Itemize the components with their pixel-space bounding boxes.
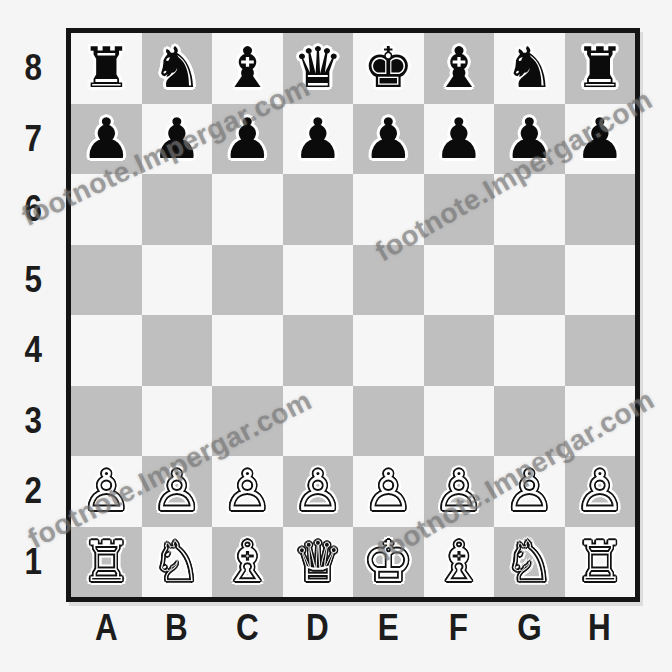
square-a2: ♙ [71, 456, 142, 527]
square-b2: ♙ [142, 456, 213, 527]
black-pawn-icon: ♟ [434, 111, 484, 167]
file-label-g: G [494, 605, 565, 651]
square-f5 [424, 245, 495, 316]
file-label-e: E [353, 605, 424, 651]
square-a4 [71, 315, 142, 386]
black-rook-icon: ♜ [81, 40, 131, 96]
square-a1: ♖ [71, 527, 142, 598]
square-e4 [353, 315, 424, 386]
square-d6 [283, 174, 354, 245]
square-h5 [565, 245, 636, 316]
square-g4 [494, 315, 565, 386]
black-pawn-icon: ♟ [81, 111, 131, 167]
black-pawn-icon: ♟ [575, 111, 625, 167]
rank-label-5: 5 [10, 245, 56, 316]
square-c2: ♙ [212, 456, 283, 527]
black-king-icon: ♚ [363, 40, 413, 96]
square-h8: ♜ [565, 33, 636, 104]
white-knight-icon: ♘ [152, 534, 202, 590]
black-pawn-icon: ♟ [504, 111, 554, 167]
black-pawn-icon: ♟ [363, 111, 413, 167]
file-label-a: A [71, 605, 142, 651]
square-e1: ♔ [353, 527, 424, 598]
square-f7: ♟ [424, 104, 495, 175]
square-g8: ♞ [494, 33, 565, 104]
rank-label-1: 1 [10, 527, 56, 598]
black-bishop-icon: ♝ [434, 40, 484, 96]
square-a7: ♟ [71, 104, 142, 175]
file-label-f: F [424, 605, 495, 651]
square-c7: ♟ [212, 104, 283, 175]
square-d8: ♛ [283, 33, 354, 104]
square-e5 [353, 245, 424, 316]
square-d4 [283, 315, 354, 386]
square-c3 [212, 386, 283, 457]
chess-board: ♜♞♝♛♚♝♞♜♟♟♟♟♟♟♟♟♙♙♙♙♙♙♙♙♖♘♗♕♔♗♘♖ [66, 28, 640, 602]
rank-label-2: 2 [10, 456, 56, 527]
file-label-c: C [212, 605, 283, 651]
square-a5 [71, 245, 142, 316]
black-pawn-icon: ♟ [222, 111, 272, 167]
black-knight-icon: ♞ [152, 40, 202, 96]
square-d1: ♕ [283, 527, 354, 598]
square-b1: ♘ [142, 527, 213, 598]
square-b3 [142, 386, 213, 457]
rank-labels: 8 7 6 5 4 3 2 1 [10, 33, 56, 597]
square-a8: ♜ [71, 33, 142, 104]
page: 8 7 6 5 4 3 2 1 ♜♞♝♛♚♝♞♜♟♟♟♟♟♟♟♟♙♙♙♙♙♙♙♙… [0, 0, 672, 672]
square-a6 [71, 174, 142, 245]
square-a3 [71, 386, 142, 457]
square-g7: ♟ [494, 104, 565, 175]
file-label-h: H [565, 605, 636, 651]
square-e2: ♙ [353, 456, 424, 527]
square-g1: ♘ [494, 527, 565, 598]
square-b8: ♞ [142, 33, 213, 104]
square-c1: ♗ [212, 527, 283, 598]
square-d7: ♟ [283, 104, 354, 175]
white-rook-icon: ♖ [81, 534, 131, 590]
square-f3 [424, 386, 495, 457]
white-king-icon: ♔ [363, 534, 413, 590]
square-g5 [494, 245, 565, 316]
square-f1: ♗ [424, 527, 495, 598]
white-pawn-icon: ♙ [81, 463, 131, 519]
black-knight-icon: ♞ [504, 40, 554, 96]
square-c8: ♝ [212, 33, 283, 104]
rank-label-7: 7 [10, 104, 56, 175]
square-d5 [283, 245, 354, 316]
white-pawn-icon: ♙ [434, 463, 484, 519]
square-g2: ♙ [494, 456, 565, 527]
white-pawn-icon: ♙ [504, 463, 554, 519]
white-bishop-icon: ♗ [222, 534, 272, 590]
black-bishop-icon: ♝ [222, 40, 272, 96]
white-pawn-icon: ♙ [363, 463, 413, 519]
file-label-d: D [283, 605, 354, 651]
rank-label-3: 3 [10, 386, 56, 457]
square-c4 [212, 315, 283, 386]
black-pawn-icon: ♟ [152, 111, 202, 167]
square-c6 [212, 174, 283, 245]
square-b6 [142, 174, 213, 245]
square-e7: ♟ [353, 104, 424, 175]
square-h6 [565, 174, 636, 245]
white-rook-icon: ♖ [575, 534, 625, 590]
rank-label-4: 4 [10, 315, 56, 386]
square-h4 [565, 315, 636, 386]
square-g6 [494, 174, 565, 245]
white-bishop-icon: ♗ [434, 534, 484, 590]
white-pawn-icon: ♙ [293, 463, 343, 519]
square-f8: ♝ [424, 33, 495, 104]
square-h7: ♟ [565, 104, 636, 175]
black-rook-icon: ♜ [575, 40, 625, 96]
square-c5 [212, 245, 283, 316]
rank-label-6: 6 [10, 174, 56, 245]
square-b4 [142, 315, 213, 386]
square-b5 [142, 245, 213, 316]
square-f6 [424, 174, 495, 245]
square-f4 [424, 315, 495, 386]
square-e8: ♚ [353, 33, 424, 104]
file-labels: A B C D E F G H [71, 605, 635, 651]
square-b7: ♟ [142, 104, 213, 175]
black-queen-icon: ♛ [293, 40, 343, 96]
white-queen-icon: ♕ [293, 534, 343, 590]
square-e6 [353, 174, 424, 245]
white-pawn-icon: ♙ [575, 463, 625, 519]
square-h3 [565, 386, 636, 457]
rank-label-8: 8 [10, 33, 56, 104]
file-label-b: B [142, 605, 213, 651]
square-h2: ♙ [565, 456, 636, 527]
white-pawn-icon: ♙ [152, 463, 202, 519]
square-g3 [494, 386, 565, 457]
black-pawn-icon: ♟ [293, 111, 343, 167]
square-h1: ♖ [565, 527, 636, 598]
white-knight-icon: ♘ [504, 534, 554, 590]
square-d2: ♙ [283, 456, 354, 527]
white-pawn-icon: ♙ [222, 463, 272, 519]
square-d3 [283, 386, 354, 457]
square-f2: ♙ [424, 456, 495, 527]
square-e3 [353, 386, 424, 457]
